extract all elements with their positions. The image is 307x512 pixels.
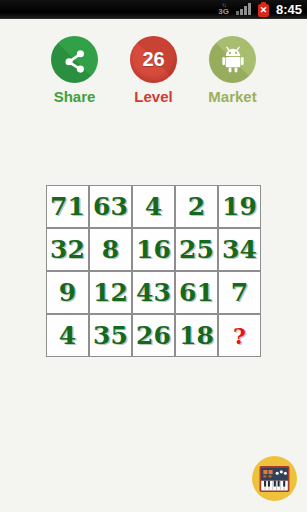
grid-cell: 9: [47, 272, 88, 313]
level-label: Level: [134, 88, 172, 105]
share-icon: [62, 47, 88, 73]
grid-cell: 4: [133, 186, 174, 227]
level-button[interactable]: 26 Level: [114, 36, 193, 105]
signal-strength-icon: [236, 3, 251, 15]
share-circle[interactable]: [51, 36, 98, 83]
grid-cell: 7: [219, 272, 260, 313]
grid-cell: 2: [176, 186, 217, 227]
grid-cell: 8: [90, 229, 131, 270]
puzzle-board: 71 63 4 2 19 32 8 16 25 34 9 12 43 61 7 …: [46, 185, 261, 357]
grid-cell: 71: [47, 186, 88, 227]
market-button[interactable]: Market: [193, 36, 272, 105]
toolbar: Share 26 Level: [0, 36, 307, 105]
grid-cell: 32: [47, 229, 88, 270]
grid-cell: 35: [90, 315, 131, 356]
grid-cell: 63: [90, 186, 131, 227]
android-robot-icon: [220, 46, 246, 74]
grid-cell: 26: [133, 315, 174, 356]
answer-keypad-button[interactable]: [252, 456, 297, 501]
level-number: 26: [142, 48, 164, 71]
battery-low-icon: ✕: [258, 4, 269, 17]
grid-cell: 16: [133, 229, 174, 270]
app-screen: ↑↓ 3G ✕ 8:45 Shar: [0, 0, 307, 512]
grid-cell: 19: [219, 186, 260, 227]
share-label: Share: [54, 88, 96, 105]
level-circle[interactable]: 26: [130, 36, 177, 83]
status-time: 8:45: [276, 2, 302, 17]
grid-cell: 34: [219, 229, 260, 270]
grid-cell: 4: [47, 315, 88, 356]
market-circle[interactable]: [209, 36, 256, 83]
network-3g-icon: ↑↓ 3G: [218, 3, 229, 16]
grid-cell: 61: [176, 272, 217, 313]
status-bar: ↑↓ 3G ✕ 8:45: [0, 0, 307, 19]
share-button[interactable]: Share: [35, 36, 114, 105]
music-keyboard-icon: [259, 465, 290, 493]
grid-cell: 12: [90, 272, 131, 313]
grid-cell: 43: [133, 272, 174, 313]
grid-cell-unknown[interactable]: ?: [219, 315, 260, 356]
grid-cell: 18: [176, 315, 217, 356]
grid-cell: 25: [176, 229, 217, 270]
market-label: Market: [208, 88, 256, 105]
